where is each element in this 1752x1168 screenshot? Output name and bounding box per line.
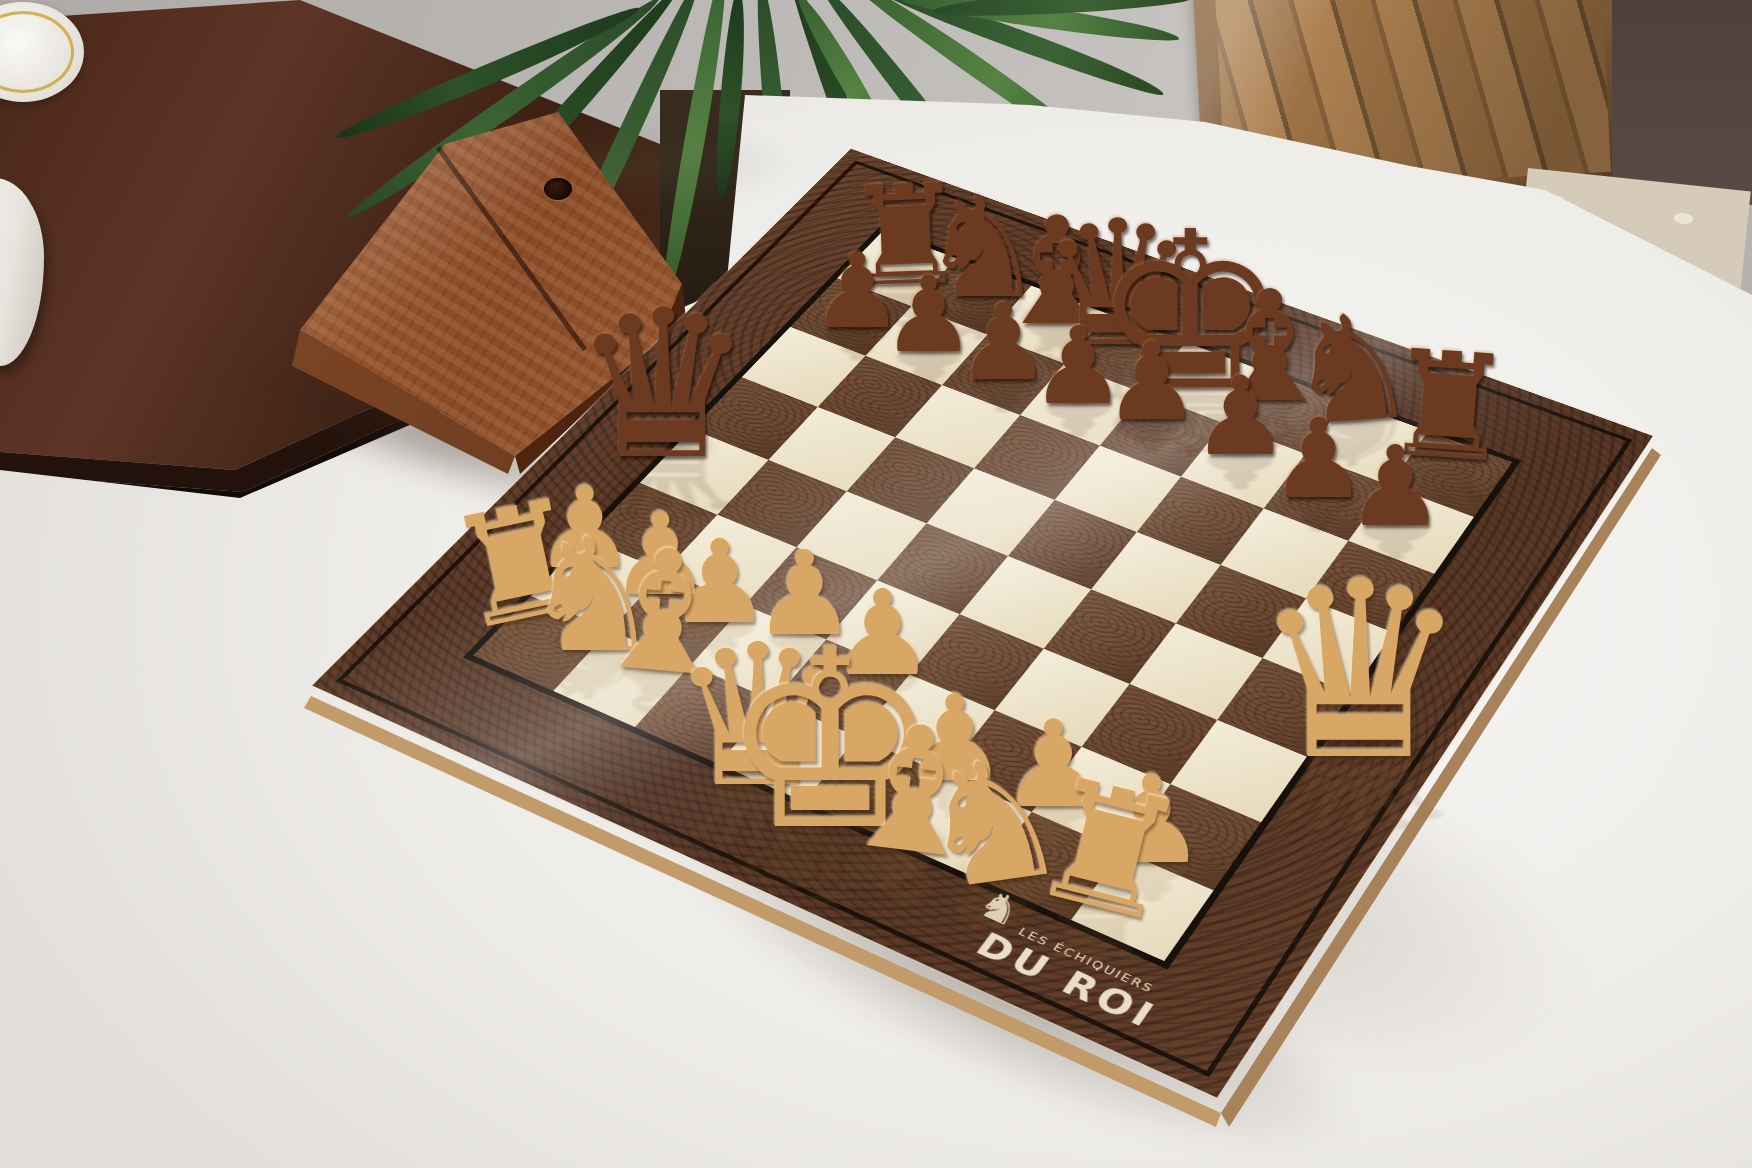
spare-black-queen[interactable]: ♛	[561, 283, 766, 488]
chess-photo-scene: ♞ LES ÉCHIQUIERS DU ROI ♜♜♞♞♝♝♛♛♚♚♝♝♞♞♜♜…	[0, 0, 1752, 1168]
dark-furniture-panel	[1612, 0, 1752, 205]
saucer-gold-rim	[0, 11, 74, 93]
spare-white-queen[interactable]: ♛	[1238, 549, 1483, 794]
piece-black-pawn-h7[interactable]: ♟	[1340, 431, 1451, 542]
